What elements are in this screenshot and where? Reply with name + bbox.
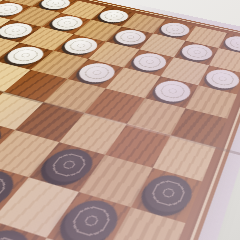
dark-piece-j4[interactable] bbox=[137, 171, 197, 218]
checkers-photo bbox=[0, 0, 240, 240]
board-grid bbox=[0, 0, 240, 240]
draughts-board bbox=[0, 0, 240, 240]
